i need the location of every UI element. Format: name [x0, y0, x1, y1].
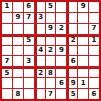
- empty-cell-r8c4[interactable]: [35, 78, 45, 88]
- empty-cell-r8c1[interactable]: [2, 78, 12, 88]
- sudoku-board: 16599739275214297365286918756: [0, 0, 101, 101]
- empty-cell-r1c6[interactable]: [56, 2, 66, 12]
- given-cell-r9c7: 5: [67, 89, 77, 99]
- empty-cell-r5c8[interactable]: [78, 46, 88, 56]
- empty-cell-r4c5[interactable]: [46, 35, 56, 45]
- empty-cell-r4c8[interactable]: [78, 35, 88, 45]
- given-cell-r4c9: 1: [89, 35, 99, 45]
- empty-cell-r9c4[interactable]: [35, 89, 45, 99]
- empty-cell-r9c1[interactable]: [2, 89, 12, 99]
- given-cell-r7c5: 8: [46, 67, 56, 77]
- empty-cell-r6c2[interactable]: [13, 56, 23, 66]
- empty-cell-r3c7[interactable]: [67, 24, 77, 34]
- empty-cell-r4c2[interactable]: [13, 35, 23, 45]
- empty-cell-r7c2[interactable]: [13, 67, 23, 77]
- empty-cell-r6c5[interactable]: [46, 56, 56, 66]
- given-cell-r8c8: 1: [78, 78, 88, 88]
- given-cell-r6c1: 7: [2, 56, 12, 66]
- given-cell-r5c5: 2: [46, 46, 56, 56]
- empty-cell-r4c4[interactable]: [35, 35, 45, 45]
- empty-cell-r1c9[interactable]: [89, 2, 99, 12]
- empty-cell-r5c7[interactable]: [67, 46, 77, 56]
- empty-cell-r2c8[interactable]: [78, 13, 88, 23]
- empty-cell-r2c7[interactable]: [67, 13, 77, 23]
- empty-cell-r6c9[interactable]: [89, 56, 99, 66]
- empty-cell-r8c5[interactable]: [46, 78, 56, 88]
- empty-cell-r8c3[interactable]: [24, 78, 34, 88]
- given-cell-r2c2: 9: [13, 13, 23, 23]
- given-cell-r1c8: 9: [78, 2, 88, 12]
- empty-cell-r3c4[interactable]: [35, 24, 45, 34]
- given-cell-r3c9: 7: [89, 24, 99, 34]
- given-cell-r2c3: 7: [24, 13, 34, 23]
- given-cell-r4c7: 2: [67, 35, 77, 45]
- empty-cell-r3c1[interactable]: [2, 24, 12, 34]
- empty-cell-r5c2[interactable]: [13, 46, 23, 56]
- empty-cell-r9c8[interactable]: [78, 89, 88, 99]
- given-cell-r9c9: 6: [89, 89, 99, 99]
- empty-cell-r7c8[interactable]: [78, 67, 88, 77]
- given-cell-r6c7: 6: [67, 56, 77, 66]
- empty-cell-r5c1[interactable]: [2, 46, 12, 56]
- empty-cell-r9c3[interactable]: [24, 89, 34, 99]
- given-cell-r3c6: 2: [56, 24, 66, 34]
- empty-cell-r1c7[interactable]: [67, 2, 77, 12]
- given-cell-r7c1: 5: [2, 67, 12, 77]
- empty-cell-r6c4[interactable]: [35, 56, 45, 66]
- empty-cell-r9c6[interactable]: [56, 89, 66, 99]
- given-cell-r6c3: 3: [24, 56, 34, 66]
- given-cell-r9c5: 7: [46, 89, 56, 99]
- given-cell-r2c4: 3: [35, 13, 45, 23]
- given-cell-r8c6: 6: [56, 78, 66, 88]
- empty-cell-r7c9[interactable]: [89, 67, 99, 77]
- empty-cell-r4c6[interactable]: [56, 35, 66, 45]
- empty-cell-r3c8[interactable]: [78, 24, 88, 34]
- given-cell-r1c1: 1: [2, 2, 12, 12]
- given-cell-r3c5: 9: [46, 24, 56, 34]
- empty-cell-r1c2[interactable]: [13, 2, 23, 12]
- given-cell-r1c3: 6: [24, 2, 34, 12]
- given-cell-r1c5: 5: [46, 2, 56, 12]
- given-cell-r7c4: 2: [35, 67, 45, 77]
- empty-cell-r6c8[interactable]: [78, 56, 88, 66]
- empty-cell-r8c2[interactable]: [13, 78, 23, 88]
- empty-cell-r8c9[interactable]: [89, 78, 99, 88]
- given-cell-r4c3: 5: [24, 35, 34, 45]
- empty-cell-r2c1[interactable]: [2, 13, 12, 23]
- empty-cell-r5c9[interactable]: [89, 46, 99, 56]
- empty-cell-r5c3[interactable]: [24, 46, 34, 56]
- empty-cell-r7c6[interactable]: [56, 67, 66, 77]
- empty-cell-r4c1[interactable]: [2, 35, 12, 45]
- empty-cell-r1c4[interactable]: [35, 2, 45, 12]
- empty-cell-r2c9[interactable]: [89, 13, 99, 23]
- empty-cell-r3c3[interactable]: [24, 24, 34, 34]
- given-cell-r5c6: 9: [56, 46, 66, 56]
- empty-cell-r2c5[interactable]: [46, 13, 56, 23]
- empty-cell-r6c6[interactable]: [56, 56, 66, 66]
- empty-cell-r7c7[interactable]: [67, 67, 77, 77]
- given-cell-r9c2: 8: [13, 89, 23, 99]
- given-cell-r8c7: 9: [67, 78, 77, 88]
- given-cell-r5c4: 4: [35, 46, 45, 56]
- empty-cell-r7c3[interactable]: [24, 67, 34, 77]
- empty-cell-r3c2[interactable]: [13, 24, 23, 34]
- empty-cell-r2c6[interactable]: [56, 13, 66, 23]
